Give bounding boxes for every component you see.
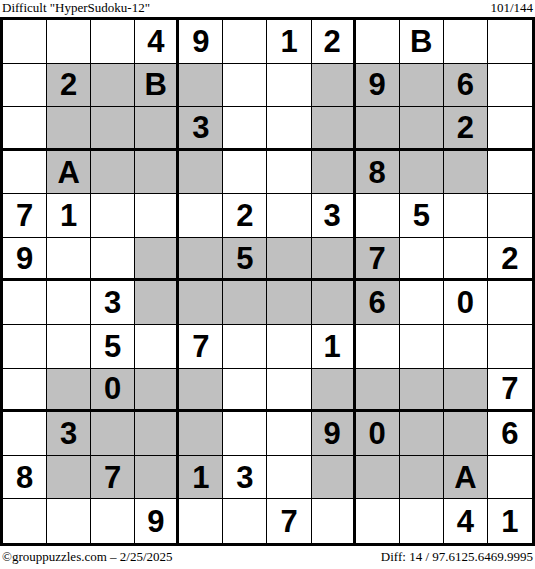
cell-r3c11[interactable]: 2 [444,107,488,151]
cell-r4c3[interactable] [91,151,135,195]
cell-r8c10[interactable] [400,325,444,369]
cell-r2c4[interactable]: B [135,64,179,108]
cell-r5c4[interactable] [135,194,179,238]
cell-r1c9[interactable] [356,20,400,64]
cell-r10c10[interactable] [400,412,444,456]
cell-r12c3[interactable] [91,499,135,543]
cell-r3c8[interactable] [312,107,356,151]
cell-r10c4[interactable] [135,412,179,456]
cell-r5c8[interactable]: 3 [312,194,356,238]
cell-r2c3[interactable] [91,64,135,108]
cell-r2c10[interactable] [400,64,444,108]
cell-r8c2[interactable] [47,325,91,369]
cell-r12c10[interactable] [400,499,444,543]
cell-r6c8[interactable] [312,238,356,282]
cell-r1c10[interactable]: B [400,20,444,64]
cell-r12c6[interactable] [223,499,267,543]
cell-r6c1[interactable]: 9 [3,238,47,282]
cell-r4c12[interactable] [488,151,532,195]
cell-r11c2[interactable] [47,456,91,500]
cell-r10c7[interactable] [267,412,311,456]
cell-r3c6[interactable] [223,107,267,151]
header: Difficult "HyperSudoku-12" 101/144 [2,0,533,17]
cell-r12c7[interactable]: 7 [267,499,311,543]
cell-r2c11[interactable]: 6 [444,64,488,108]
cell-r8c4[interactable] [135,325,179,369]
cell-r11c3[interactable]: 7 [91,456,135,500]
cell-r2c2[interactable]: 2 [47,64,91,108]
cell-r12c5[interactable] [179,499,223,543]
cell-r7c9[interactable]: 6 [356,281,400,325]
cell-r3c12[interactable] [488,107,532,151]
cell-r10c12[interactable]: 6 [488,412,532,456]
cell-r1c3[interactable] [91,20,135,64]
cell-r3c9[interactable] [356,107,400,151]
cell-r6c12[interactable]: 2 [488,238,532,282]
cell-r3c2[interactable] [47,107,91,151]
cell-r3c3[interactable] [91,107,135,151]
cell-r8c6[interactable] [223,325,267,369]
cell-r8c3[interactable]: 5 [91,325,135,369]
cell-r11c4[interactable] [135,456,179,500]
cell-r2c1[interactable] [3,64,47,108]
cell-r1c6[interactable] [223,20,267,64]
cell-r7c3[interactable]: 3 [91,281,135,325]
cell-r6c3[interactable] [91,238,135,282]
cell-r10c3[interactable] [91,412,135,456]
cell-r9c1[interactable] [3,369,47,413]
cell-r4c7[interactable] [267,151,311,195]
cell-r12c8[interactable] [312,499,356,543]
cell-r5c9[interactable] [356,194,400,238]
cell-r5c1[interactable]: 7 [3,194,47,238]
cell-r9c8[interactable] [312,369,356,413]
cell-r6c5[interactable] [179,238,223,282]
cell-r11c9[interactable] [356,456,400,500]
cell-r6c7[interactable] [267,238,311,282]
cell-r6c9[interactable]: 7 [356,238,400,282]
cell-r4c5[interactable] [179,151,223,195]
cell-r11c12[interactable] [488,456,532,500]
cell-r2c12[interactable] [488,64,532,108]
cell-r9c5[interactable] [179,369,223,413]
cell-r2c6[interactable] [223,64,267,108]
cell-r6c11[interactable] [444,238,488,282]
cell-r10c1[interactable] [3,412,47,456]
cell-r12c11[interactable]: 4 [444,499,488,543]
cell-r1c4[interactable]: 4 [135,20,179,64]
cell-r11c10[interactable] [400,456,444,500]
cell-r7c7[interactable] [267,281,311,325]
cell-r7c2[interactable] [47,281,91,325]
cell-r11c1[interactable]: 8 [3,456,47,500]
cell-r3c10[interactable] [400,107,444,151]
cell-r5c12[interactable] [488,194,532,238]
cell-r4c8[interactable] [312,151,356,195]
cell-r7c12[interactable] [488,281,532,325]
cell-r12c9[interactable] [356,499,400,543]
cell-r10c6[interactable] [223,412,267,456]
sudoku-grid: 4912B2B9632A87123595723605710739068713A9… [0,17,535,546]
copyright-text: ©grouppuzzles.com – 2/25/2025 [2,549,173,565]
cell-r4c4[interactable] [135,151,179,195]
cell-r8c8[interactable]: 1 [312,325,356,369]
cell-r5c6[interactable]: 2 [223,194,267,238]
cell-r11c7[interactable] [267,456,311,500]
cell-r4c11[interactable] [444,151,488,195]
cell-r11c11[interactable]: A [444,456,488,500]
cell-r11c5[interactable]: 1 [179,456,223,500]
cell-r12c12[interactable]: 1 [488,499,532,543]
cell-r6c2[interactable] [47,238,91,282]
cell-r1c12[interactable] [488,20,532,64]
cell-r6c4[interactable] [135,238,179,282]
cell-r5c2[interactable]: 1 [47,194,91,238]
cell-r1c7[interactable]: 1 [267,20,311,64]
cell-r3c5[interactable]: 3 [179,107,223,151]
cell-r4c6[interactable] [223,151,267,195]
cell-r5c7[interactable] [267,194,311,238]
cell-r8c12[interactable] [488,325,532,369]
difficulty-text: Diff: 14 / 97.6125.6469.9995 [381,549,533,565]
cell-r9c3[interactable]: 0 [91,369,135,413]
cell-r4c9[interactable]: 8 [356,151,400,195]
cell-r8c1[interactable] [3,325,47,369]
cell-r2c5[interactable] [179,64,223,108]
cell-r3c1[interactable] [3,107,47,151]
cell-r2c9[interactable]: 9 [356,64,400,108]
cell-r9c4[interactable] [135,369,179,413]
cell-r3c4[interactable] [135,107,179,151]
cell-r8c11[interactable] [444,325,488,369]
cell-r12c4[interactable]: 9 [135,499,179,543]
cell-r1c2[interactable] [47,20,91,64]
cell-r3c7[interactable] [267,107,311,151]
cell-r10c5[interactable] [179,412,223,456]
cell-r11c6[interactable]: 3 [223,456,267,500]
cell-r12c1[interactable] [3,499,47,543]
cell-r10c11[interactable] [444,412,488,456]
cell-r12c2[interactable] [47,499,91,543]
cell-r7c5[interactable] [179,281,223,325]
cell-r1c11[interactable] [444,20,488,64]
cell-r1c1[interactable] [3,20,47,64]
cell-r7c11[interactable]: 0 [444,281,488,325]
cell-r5c11[interactable] [444,194,488,238]
cell-r6c10[interactable] [400,238,444,282]
cell-r9c10[interactable] [400,369,444,413]
cell-r9c11[interactable] [444,369,488,413]
cell-r8c7[interactable] [267,325,311,369]
cell-r11c8[interactable] [312,456,356,500]
cell-r7c4[interactable] [135,281,179,325]
cell-r5c10[interactable]: 5 [400,194,444,238]
cell-r4c2[interactable]: A [47,151,91,195]
cell-r2c7[interactable] [267,64,311,108]
cell-r7c10[interactable] [400,281,444,325]
cell-r10c8[interactable]: 9 [312,412,356,456]
cell-r10c9[interactable]: 0 [356,412,400,456]
cell-r4c1[interactable] [3,151,47,195]
cell-r2c8[interactable] [312,64,356,108]
cell-r5c5[interactable] [179,194,223,238]
puzzle-page: Difficult "HyperSudoku-12" 101/144 4912B… [0,0,535,569]
cell-r8c9[interactable] [356,325,400,369]
cell-r1c8[interactable]: 2 [312,20,356,64]
cell-r10c2[interactable]: 3 [47,412,91,456]
cell-r4c10[interactable] [400,151,444,195]
cell-r9c2[interactable] [47,369,91,413]
cell-r9c7[interactable] [267,369,311,413]
puzzle-title: Difficult "HyperSudoku-12" [2,0,150,16]
cell-r5c3[interactable] [91,194,135,238]
cell-r7c8[interactable] [312,281,356,325]
cell-r9c6[interactable] [223,369,267,413]
puzzle-counter: 101/144 [490,0,533,16]
cell-r9c12[interactable]: 7 [488,369,532,413]
cell-r7c1[interactable] [3,281,47,325]
cell-r6c6[interactable]: 5 [223,238,267,282]
cell-r8c5[interactable]: 7 [179,325,223,369]
cell-r7c6[interactable] [223,281,267,325]
cell-r1c5[interactable]: 9 [179,20,223,64]
footer: ©grouppuzzles.com – 2/25/2025 Diff: 14 /… [2,549,533,567]
cell-r9c9[interactable] [356,369,400,413]
